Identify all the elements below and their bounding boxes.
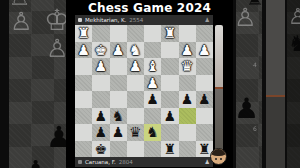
- square-d8[interactable]: [144, 141, 161, 158]
- square-b7[interactable]: [179, 124, 196, 141]
- bg-pawn-icon: ♟: [234, 95, 259, 123]
- player-bar-white: Mekhitarian, K. 2554 ♟: [75, 15, 213, 25]
- square-h7[interactable]: [75, 124, 92, 141]
- player-bar-black: Caruana, F. 2804 ♟: [75, 157, 213, 167]
- evaluation-bar: [215, 25, 223, 157]
- video-title: Chess Game 2024: [66, 0, 233, 16]
- square-d1[interactable]: [144, 25, 161, 42]
- bg-pawn-icon: ♙: [288, 6, 300, 28]
- square-d4[interactable]: ♟: [144, 75, 161, 92]
- black-rook-piece[interactable]: ♜: [164, 142, 177, 156]
- square-b6[interactable]: [179, 108, 196, 125]
- square-a3[interactable]: [196, 58, 213, 75]
- square-h8[interactable]: [75, 141, 92, 158]
- square-h3[interactable]: [75, 58, 92, 75]
- square-b1[interactable]: [179, 25, 196, 42]
- square-e5[interactable]: [127, 91, 144, 108]
- bg-pawn-icon: ♙: [234, 5, 256, 30]
- square-f8[interactable]: [110, 141, 127, 158]
- square-c1[interactable]: ♜: [161, 25, 178, 42]
- white-pawn-piece[interactable]: ♟: [146, 76, 159, 90]
- black-pawn-piece[interactable]: ♟: [198, 92, 211, 106]
- square-f2[interactable]: ♟: [110, 42, 127, 59]
- square-c6[interactable]: ♟: [161, 108, 178, 125]
- square-a2[interactable]: ♟: [196, 42, 213, 59]
- avatar-eye: [220, 158, 222, 160]
- square-d5[interactable]: ♟: [144, 91, 161, 108]
- square-a7[interactable]: [196, 124, 213, 141]
- black-king-piece[interactable]: ♚: [95, 142, 108, 156]
- square-f4[interactable]: [110, 75, 127, 92]
- square-e7[interactable]: ♛: [127, 124, 144, 141]
- black-knight-piece[interactable]: ♞: [146, 125, 159, 139]
- square-g6[interactable]: ♟: [92, 108, 109, 125]
- white-pawn-piece[interactable]: ♟: [198, 43, 211, 57]
- bg-king-icon: ♔: [44, 6, 66, 35]
- square-c8[interactable]: ♜: [161, 141, 178, 158]
- black-pawn-piece[interactable]: ♟: [112, 125, 125, 139]
- square-d3[interactable]: ♝: [144, 58, 161, 75]
- background-left: ♖♙♔♙♟♟: [0, 0, 66, 168]
- bg-rank-label: 4: [253, 62, 257, 68]
- square-f5[interactable]: [110, 91, 127, 108]
- square-d7[interactable]: ♞: [144, 124, 161, 141]
- white-king-piece[interactable]: ♚: [95, 43, 108, 57]
- white-pawn-piece[interactable]: ♟: [181, 43, 194, 57]
- white-player-color-chip: [78, 18, 82, 22]
- square-g2[interactable]: ♚: [92, 42, 109, 59]
- white-rook-piece[interactable]: ♜: [77, 26, 90, 40]
- black-player-name: Caruana, F.: [85, 159, 116, 165]
- square-e4[interactable]: [127, 75, 144, 92]
- bg-pawn-icon: ♟: [46, 123, 66, 152]
- bg-rank-label: 6: [253, 126, 257, 132]
- square-g4[interactable]: [92, 75, 109, 92]
- black-pawn-piece[interactable]: ♟: [146, 92, 159, 106]
- square-d6[interactable]: [144, 108, 161, 125]
- square-h4[interactable]: [75, 75, 92, 92]
- black-player-rating: 2804: [119, 159, 133, 165]
- square-g8[interactable]: ♚: [92, 141, 109, 158]
- square-g5[interactable]: [92, 91, 109, 108]
- avatar-eye: [215, 158, 217, 160]
- square-e6[interactable]: [127, 108, 144, 125]
- square-h1[interactable]: ♜: [75, 25, 92, 42]
- video-frame: ♖♙♔♙♟♟ ♜♙♟♙♞46 Chess Game 2024 Mekhitari…: [0, 0, 300, 168]
- black-pawn-piece[interactable]: ♟: [164, 109, 177, 123]
- square-c7[interactable]: [161, 124, 178, 141]
- white-rook-piece[interactable]: ♜: [164, 26, 177, 40]
- square-b5[interactable]: ♟: [179, 91, 196, 108]
- square-b4[interactable]: [179, 75, 196, 92]
- black-knight-piece[interactable]: ♞: [112, 109, 125, 123]
- video-area: Chess Game 2024 Mekhitarian, K. 2554 ♟ ♜…: [66, 0, 233, 168]
- background-eval-bar: [266, 0, 285, 168]
- square-a4[interactable]: [196, 75, 213, 92]
- chess-board: ♜♜♟♚♟♞♟♟♟♟♝♛♟♟♟♟♟♞♟♟♟♛♞♚♜♜: [75, 25, 213, 157]
- square-c4[interactable]: [161, 75, 178, 92]
- square-b8[interactable]: [179, 141, 196, 158]
- square-h6[interactable]: [75, 108, 92, 125]
- square-a6[interactable]: [196, 108, 213, 125]
- background-right: ♜♙♟♙♞46: [233, 0, 300, 168]
- white-pawn-piece[interactable]: ♟: [77, 43, 90, 57]
- square-h2[interactable]: ♟: [75, 42, 92, 59]
- square-b3[interactable]: ♛: [179, 58, 196, 75]
- square-f7[interactable]: ♟: [110, 124, 127, 141]
- black-pawn-piece[interactable]: ♟: [95, 109, 108, 123]
- bg-pawn-icon: ♙: [46, 36, 66, 61]
- pawn-icon: ♟: [205, 159, 210, 165]
- square-c2[interactable]: [161, 42, 178, 59]
- square-b2[interactable]: ♟: [179, 42, 196, 59]
- black-pawn-piece[interactable]: ♟: [95, 125, 108, 139]
- white-bishop-piece[interactable]: ♝: [146, 59, 159, 73]
- square-a5[interactable]: ♟: [196, 91, 213, 108]
- bg-knight-icon: ♞: [288, 33, 300, 55]
- square-e2[interactable]: ♞: [127, 42, 144, 59]
- eval-black-section: [215, 89, 223, 157]
- square-a1[interactable]: [196, 25, 213, 42]
- white-pawn-piece[interactable]: ♟: [112, 43, 125, 57]
- square-f3[interactable]: [110, 58, 127, 75]
- black-pawn-piece[interactable]: ♟: [181, 92, 194, 106]
- avatar-hair: [210, 148, 227, 156]
- white-queen-piece[interactable]: ♛: [181, 59, 194, 73]
- eval-white-section: [215, 25, 223, 87]
- square-g1[interactable]: [92, 25, 109, 42]
- square-e3[interactable]: ♟: [127, 58, 144, 75]
- square-c3[interactable]: [161, 58, 178, 75]
- bg-pawn-icon: ♟: [24, 157, 47, 168]
- white-knight-piece[interactable]: ♞: [129, 43, 142, 57]
- square-h5[interactable]: [75, 91, 92, 108]
- square-c5[interactable]: [161, 91, 178, 108]
- commentator-avatar: [210, 148, 227, 165]
- square-g7[interactable]: ♟: [92, 124, 109, 141]
- square-d2[interactable]: [144, 42, 161, 59]
- black-player-color-chip: [78, 160, 82, 164]
- square-e1[interactable]: [127, 25, 144, 42]
- square-f1[interactable]: [110, 25, 127, 42]
- black-queen-piece[interactable]: ♛: [129, 125, 142, 139]
- square-f6[interactable]: ♞: [110, 108, 127, 125]
- square-e8[interactable]: [127, 141, 144, 158]
- white-pawn-piece[interactable]: ♟: [129, 59, 142, 73]
- square-g3[interactable]: ♟: [92, 58, 109, 75]
- pawn-icon: ♟: [205, 17, 210, 23]
- white-player-rating: 2554: [129, 17, 143, 23]
- white-pawn-piece[interactable]: ♟: [95, 59, 108, 73]
- white-player-name: Mekhitarian, K.: [85, 17, 126, 23]
- black-rook-piece[interactable]: ♜: [198, 142, 211, 156]
- bg-pawn-icon: ♙: [10, 9, 32, 34]
